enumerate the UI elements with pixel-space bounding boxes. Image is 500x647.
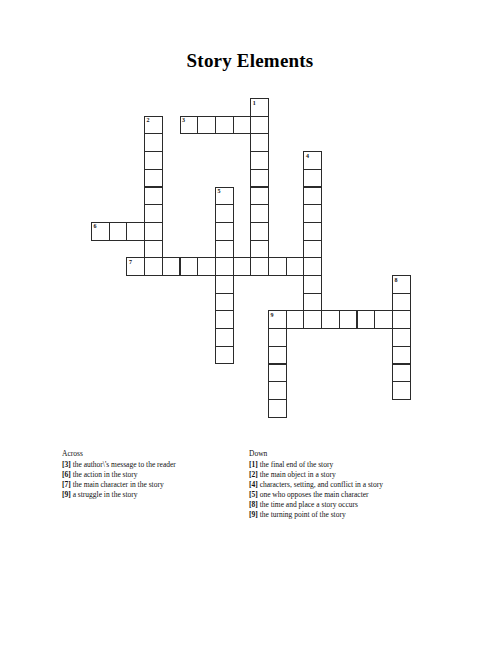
grid-cell-r12c7[interactable] xyxy=(215,310,234,329)
clue-text: the action in the story xyxy=(71,470,138,479)
clue-down-1: [1] the final end of the story xyxy=(249,460,449,470)
grid-cell-r13c17[interactable] xyxy=(392,328,411,347)
grid-cell-r9c3[interactable] xyxy=(144,257,163,276)
grid-cell-r12c15[interactable] xyxy=(357,310,376,329)
grid-cell-r7c12[interactable] xyxy=(303,222,322,241)
clue-text: one who opposes the main character xyxy=(258,490,369,499)
grid-cell-r4c3[interactable] xyxy=(144,169,163,188)
clue-down-8: [8] the time and place a story occurs xyxy=(249,500,449,510)
clue-down-5: [5] one who opposes the main character xyxy=(249,490,449,500)
cell-number-5: 5 xyxy=(217,188,220,195)
grid-cell-r9c10[interactable] xyxy=(268,257,287,276)
grid-cell-r2c3[interactable] xyxy=(144,133,163,152)
cell-number-3: 3 xyxy=(182,117,185,124)
grid-cell-r1c8[interactable] xyxy=(233,116,252,135)
grid-cell-r8c12[interactable] xyxy=(303,240,322,259)
grid-cell-r9c8[interactable] xyxy=(233,257,252,276)
grid-cell-r1c9[interactable] xyxy=(250,116,269,135)
clue-number-label: [8] xyxy=(249,500,258,509)
grid-cell-r14c7[interactable] xyxy=(215,346,234,365)
grid-cell-r6c12[interactable] xyxy=(303,204,322,223)
grid-cell-r12c11[interactable] xyxy=(286,310,305,329)
grid-cell-r1c6[interactable] xyxy=(197,116,216,135)
clue-down-9: [9] the turning point of the story xyxy=(249,510,449,520)
grid-cell-r4c12[interactable] xyxy=(303,169,322,188)
grid-cell-r7c3[interactable] xyxy=(144,222,163,241)
clue-down-4: [4] characters, setting, and conflict in… xyxy=(249,480,449,490)
grid-cell-r10c7[interactable] xyxy=(215,275,234,294)
grid-cell-r5c9[interactable] xyxy=(250,187,269,206)
cell-number-4: 4 xyxy=(306,153,309,160)
clue-number-label: [9] xyxy=(62,490,71,499)
grid-cell-r14c10[interactable] xyxy=(268,346,287,365)
grid-cell-r1c7[interactable] xyxy=(215,116,234,135)
grid-cell-r12c13[interactable] xyxy=(321,310,340,329)
grid-cell-r6c7[interactable] xyxy=(215,204,234,223)
grid-cell-r16c10[interactable] xyxy=(268,381,287,400)
grid-cell-r9c7[interactable] xyxy=(215,257,234,276)
grid-cell-r9c4[interactable] xyxy=(162,257,181,276)
cell-number-1: 1 xyxy=(253,100,256,107)
grid-cell-r13c10[interactable] xyxy=(268,328,287,347)
grid-cell-r15c10[interactable] xyxy=(268,364,287,383)
grid-cell-r7c7[interactable] xyxy=(215,222,234,241)
across-clue-list: [3] the author\'s message to the reader[… xyxy=(62,460,242,500)
grid-cell-r12c12[interactable] xyxy=(303,310,322,329)
across-clues-section: Across [3] the author\'s message to the … xyxy=(62,449,242,500)
grid-cell-r0c9[interactable]: 1 xyxy=(250,98,269,117)
clue-text: the main object in a story xyxy=(258,470,336,479)
grid-cell-r11c7[interactable] xyxy=(215,293,234,312)
clue-number-label: [1] xyxy=(249,460,258,469)
grid-cell-r4c9[interactable] xyxy=(250,169,269,188)
grid-cell-r7c9[interactable] xyxy=(250,222,269,241)
clue-number-label: [6] xyxy=(62,470,71,479)
grid-cell-r9c12[interactable] xyxy=(303,257,322,276)
grid-cell-r9c5[interactable] xyxy=(180,257,199,276)
clue-number-label: [7] xyxy=(62,480,71,489)
puzzle-title: Story Elements xyxy=(0,50,500,72)
down-clue-list: [1] the final end of the story[2] the ma… xyxy=(249,460,449,520)
down-header: Down xyxy=(249,449,449,459)
clue-text: a struggle in the story xyxy=(71,490,138,499)
down-clues-section: Down [1] the final end of the story[2] t… xyxy=(249,449,449,520)
grid-cell-r3c12[interactable]: 4 xyxy=(303,151,322,170)
grid-cell-r3c9[interactable] xyxy=(250,151,269,170)
grid-cell-r8c7[interactable] xyxy=(215,240,234,259)
clue-text: the time and place a story occurs xyxy=(258,500,358,509)
clue-across-9: [9] a struggle in the story xyxy=(62,490,242,500)
grid-cell-r12c16[interactable] xyxy=(374,310,393,329)
clue-number-label: [2] xyxy=(249,470,258,479)
cell-number-8: 8 xyxy=(394,277,397,284)
grid-cell-r12c14[interactable] xyxy=(339,310,358,329)
grid-cell-r13c7[interactable] xyxy=(215,328,234,347)
grid-cell-r3c3[interactable] xyxy=(144,151,163,170)
grid-cell-r8c9[interactable] xyxy=(250,240,269,259)
across-header: Across xyxy=(62,449,242,459)
grid-cell-r9c6[interactable] xyxy=(197,257,216,276)
grid-cell-r7c0[interactable]: 6 xyxy=(91,222,110,241)
grid-cell-r2c9[interactable] xyxy=(250,133,269,152)
cell-number-9: 9 xyxy=(271,312,274,319)
grid-cell-r5c12[interactable] xyxy=(303,187,322,206)
grid-cell-r9c9[interactable] xyxy=(250,257,269,276)
clue-across-3: [3] the author\'s message to the reader xyxy=(62,460,242,470)
grid-cell-r10c17[interactable]: 8 xyxy=(392,275,411,294)
clue-across-7: [7] the main character in the story xyxy=(62,480,242,490)
clue-number-label: [3] xyxy=(62,460,71,469)
clue-text: the author\'s message to the reader xyxy=(71,460,176,469)
grid-cell-r5c7[interactable]: 5 xyxy=(215,187,234,206)
grid-cell-r9c2[interactable]: 7 xyxy=(126,257,145,276)
grid-cell-r17c10[interactable] xyxy=(268,399,287,418)
grid-cell-r12c10[interactable]: 9 xyxy=(268,310,287,329)
clue-text: the turning point of the story xyxy=(258,510,346,519)
grid-cell-r8c3[interactable] xyxy=(144,240,163,259)
clue-number-label: [4] xyxy=(249,480,258,489)
clue-down-2: [2] the main object in a story xyxy=(249,470,449,480)
grid-cell-r1c5[interactable]: 3 xyxy=(180,116,199,135)
grid-cell-r6c9[interactable] xyxy=(250,204,269,223)
grid-cell-r11c12[interactable] xyxy=(303,293,322,312)
clue-number-label: [5] xyxy=(249,490,258,499)
grid-cell-r12c17[interactable] xyxy=(392,310,411,329)
grid-cell-r10c12[interactable] xyxy=(303,275,322,294)
clue-across-6: [6] the action in the story xyxy=(62,470,242,480)
clue-text: the final end of the story xyxy=(258,460,333,469)
grid-cell-r6c3[interactable] xyxy=(144,204,163,223)
grid-cell-r1c3[interactable]: 2 xyxy=(144,116,163,135)
grid-cell-r9c11[interactable] xyxy=(286,257,305,276)
grid-cell-r15c17[interactable] xyxy=(392,364,411,383)
grid-cell-r7c2[interactable] xyxy=(126,222,145,241)
cell-number-2: 2 xyxy=(147,117,150,124)
cell-number-7: 7 xyxy=(129,259,132,266)
clue-text: characters, setting, and conflict in a s… xyxy=(258,480,383,489)
clue-number-label: [9] xyxy=(249,510,258,519)
grid-cell-r14c17[interactable] xyxy=(392,346,411,365)
grid-cell-r11c17[interactable] xyxy=(392,293,411,312)
grid-cell-r7c1[interactable] xyxy=(109,222,128,241)
cell-number-6: 6 xyxy=(94,223,97,230)
grid-cell-r5c3[interactable] xyxy=(144,187,163,206)
grid-cell-r16c17[interactable] xyxy=(392,381,411,400)
clue-text: the main character in the story xyxy=(71,480,164,489)
